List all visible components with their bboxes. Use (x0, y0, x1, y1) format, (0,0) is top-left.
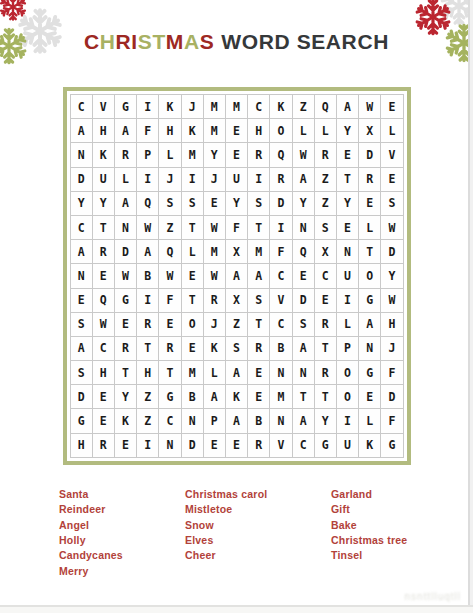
grid-cell-r1-c14[interactable]: W (359, 95, 381, 119)
grid-cell-r13-c4[interactable]: Z (137, 385, 159, 409)
grid-cell-r7-c15[interactable]: D (381, 240, 403, 264)
grid-cell-r2-c8[interactable]: E (226, 119, 248, 143)
grid-cell-r11-c15[interactable]: J (381, 337, 403, 361)
grid-cell-r5-c2[interactable]: Y (93, 192, 115, 216)
grid-cell-r14-c4[interactable]: Z (137, 409, 159, 433)
grid-cell-r7-c13[interactable]: N (337, 240, 359, 264)
grid-cell-r2-c6[interactable]: K (182, 119, 204, 143)
page-edge-bottom-strip (0, 607, 473, 613)
grid-cell-r9-c2[interactable]: Q (93, 289, 115, 313)
grid-cell-r10-c1[interactable]: S (71, 313, 93, 337)
grid-cell-r5-c11[interactable]: Y (293, 192, 315, 216)
grid-cell-r8-c4[interactable]: B (137, 264, 159, 288)
word-item: Mistletoe (185, 502, 331, 517)
grid-cell-r11-c5[interactable]: R (159, 337, 181, 361)
grid-cell-r13-c6[interactable]: B (182, 385, 204, 409)
grid-cell-r8-c7[interactable]: W (204, 264, 226, 288)
title-letter: H (100, 30, 116, 53)
grid-cell-r2-c12[interactable]: L (315, 119, 337, 143)
grid-cell-r14-c2[interactable]: E (93, 409, 115, 433)
grid-cell-r14-c15[interactable]: F (381, 409, 403, 433)
grid-cell-r5-c15[interactable]: S (381, 192, 403, 216)
grid-cell-r14-c5[interactable]: C (159, 409, 181, 433)
grid-cell-r14-c12[interactable]: Y (315, 409, 337, 433)
grid-cell-r13-c15[interactable]: D (381, 385, 403, 409)
grid-cell-r1-c10[interactable]: K (270, 95, 292, 119)
word-item: Garland (331, 487, 407, 502)
word-item: Gift (331, 502, 407, 517)
grid-cell-r9-c13[interactable]: I (337, 289, 359, 313)
grid-cell-r6-c6[interactable]: T (182, 216, 204, 240)
grid-cell-r13-c12[interactable]: T (315, 385, 337, 409)
grid-cell-r8-c1[interactable]: N (71, 264, 93, 288)
grid-cell-r5-c12[interactable]: Z (315, 192, 337, 216)
grid-cell-r11-c13[interactable]: P (337, 337, 359, 361)
grid-cell-r6-c11[interactable]: N (293, 216, 315, 240)
grid-cell-r6-c5[interactable]: Z (159, 216, 181, 240)
grid-cell-r1-c5[interactable]: K (159, 95, 181, 119)
grid-cell-r2-c9[interactable]: H (248, 119, 270, 143)
title-letter: A (184, 30, 200, 53)
grid-cell-r2-c2[interactable]: H (93, 119, 115, 143)
grid-cell-r13-c1[interactable]: D (71, 385, 93, 409)
grid-cell-r9-c10[interactable]: V (270, 289, 292, 313)
grid-cell-r13-c3[interactable]: Y (115, 385, 137, 409)
word-item: Tinsel (331, 548, 407, 563)
grid-cell-r1-c15[interactable]: E (381, 95, 403, 119)
grid-cell-r15-c6[interactable]: D (182, 434, 204, 458)
title-letter: S (138, 30, 153, 53)
word-search-grid-frame: CVGIKJMMCKZQAWEAHAFHKMEHOLLYXLNKRPLMYERQ… (63, 87, 411, 465)
grid-cell-r15-c2[interactable]: R (93, 434, 115, 458)
grid-cell-r12-c2[interactable]: H (93, 361, 115, 385)
grid-cell-r7-c3[interactable]: D (115, 240, 137, 264)
grid-cell-r8-c2[interactable]: E (93, 264, 115, 288)
grid-cell-r11-c4[interactable]: T (137, 337, 159, 361)
grid-cell-r1-c11[interactable]: Z (293, 95, 315, 119)
grid-cell-r7-c2[interactable]: R (93, 240, 115, 264)
grid-cell-r11-c1[interactable]: A (71, 337, 93, 361)
word-item: Snow (185, 518, 331, 533)
grid-cell-r1-c2[interactable]: V (93, 95, 115, 119)
grid-cell-r1-c6[interactable]: J (182, 95, 204, 119)
grid-cell-r10-c15[interactable]: H (381, 313, 403, 337)
word-list-column: SantaReindeerAngelHollyCandycanesMerry (59, 487, 185, 579)
grid-cell-r2-c13[interactable]: Y (337, 119, 359, 143)
grid-cell-r8-c14[interactable]: O (359, 264, 381, 288)
grid-cell-r5-c14[interactable]: E (359, 192, 381, 216)
title-letter: M (166, 30, 184, 53)
grid-cell-r11-c10[interactable]: B (270, 337, 292, 361)
grid-cell-r7-c12[interactable]: X (315, 240, 337, 264)
grid-cell-r6-c15[interactable]: W (381, 216, 403, 240)
grid-cell-r14-c6[interactable]: N (182, 409, 204, 433)
grid-cell-r6-c2[interactable]: T (93, 216, 115, 240)
grid-cell-r14-c13[interactable]: I (337, 409, 359, 433)
page-edge-bottom (0, 605, 473, 607)
grid-cell-r7-c10[interactable]: F (270, 240, 292, 264)
grid-cell-r10-c4[interactable]: R (137, 313, 159, 337)
grid-cell-r13-c5[interactable]: G (159, 385, 181, 409)
grid-cell-r8-c11[interactable]: E (293, 264, 315, 288)
grid-cell-r4-c15[interactable]: E (381, 168, 403, 192)
grid-cell-r3-c3[interactable]: R (115, 143, 137, 167)
grid-cell-r10-c9[interactable]: T (248, 313, 270, 337)
grid-cell-r1-c4[interactable]: I (137, 95, 159, 119)
grid-cell-r5-c5[interactable]: S (159, 192, 181, 216)
grid-cell-r9-c15[interactable]: W (381, 289, 403, 313)
grid-cell-r4-c8[interactable]: U (226, 168, 248, 192)
grid-cell-r2-c4[interactable]: F (137, 119, 159, 143)
grid-cell-r15-c14[interactable]: K (359, 434, 381, 458)
grid-cell-r3-c8[interactable]: E (226, 143, 248, 167)
grid-cell-r9-c9[interactable]: S (248, 289, 270, 313)
grid-cell-r6-c12[interactable]: S (315, 216, 337, 240)
grid-cell-r15-c10[interactable]: V (270, 434, 292, 458)
grid-cell-r7-c14[interactable]: T (359, 240, 381, 264)
grid-cell-r3-c1[interactable]: N (71, 143, 93, 167)
word-item: Christmas carol (185, 487, 331, 502)
word-item: Cheer (185, 548, 331, 563)
title-letter: C (84, 30, 100, 53)
grid-cell-r12-c14[interactable]: G (359, 361, 381, 385)
grid-cell-r10-c12[interactable]: R (315, 313, 337, 337)
page-edge-right (468, 0, 470, 613)
grid-cell-r10-c13[interactable]: L (337, 313, 359, 337)
grid-cell-r7-c9[interactable]: M (248, 240, 270, 264)
grid-cell-r4-c7[interactable]: J (204, 168, 226, 192)
grid-cell-r10-c8[interactable]: Z (226, 313, 248, 337)
grid-cell-r7-c7[interactable]: M (204, 240, 226, 264)
grid-cell-r2-c1[interactable]: A (71, 119, 93, 143)
word-list-column: GarlandGiftBakeChristmas treeTinsel (331, 487, 407, 579)
grid-cell-r13-c11[interactable]: T (293, 385, 315, 409)
grid-cell-r12-c7[interactable]: L (204, 361, 226, 385)
grid-cell-r9-c5[interactable]: F (159, 289, 181, 313)
grid-cell-r13-c14[interactable]: E (359, 385, 381, 409)
grid-cell-r8-c6[interactable]: E (182, 264, 204, 288)
grid-cell-r14-c3[interactable]: K (115, 409, 137, 433)
grid-cell-r4-c5[interactable]: J (159, 168, 181, 192)
word-item: Elves (185, 533, 331, 548)
snowflake-icon (0, 0, 28, 22)
grid-cell-r9-c3[interactable]: G (115, 289, 137, 313)
grid-cell-r12-c9[interactable]: E (248, 361, 270, 385)
grid-cell-r6-c4[interactable]: W (137, 216, 159, 240)
grid-cell-r1-c12[interactable]: Q (315, 95, 337, 119)
grid-cell-r4-c6[interactable]: I (182, 168, 204, 192)
grid-cell-r6-c7[interactable]: W (204, 216, 226, 240)
grid-cell-r11-c3[interactable]: R (115, 337, 137, 361)
grid-cell-r12-c12[interactable]: R (315, 361, 337, 385)
grid-cell-r6-c1[interactable]: C (71, 216, 93, 240)
grid-cell-r13-c8[interactable]: K (226, 385, 248, 409)
grid-cell-r6-c8[interactable]: F (226, 216, 248, 240)
grid-cell-r4-c14[interactable]: R (359, 168, 381, 192)
grid-cell-r6-c13[interactable]: E (337, 216, 359, 240)
page-title: CHRISTMASWORD SEARCH (0, 30, 473, 54)
grid-cell-r11-c8[interactable]: S (226, 337, 248, 361)
grid-cell-r10-c2[interactable]: W (93, 313, 115, 337)
grid-cell-r9-c8[interactable]: X (226, 289, 248, 313)
grid-cell-r11-c2[interactable]: C (93, 337, 115, 361)
grid-cell-r12-c1[interactable]: S (71, 361, 93, 385)
grid-cell-r6-c3[interactable]: N (115, 216, 137, 240)
grid-cell-r15-c11[interactable]: C (293, 434, 315, 458)
grid-cell-r11-c11[interactable]: A (293, 337, 315, 361)
word-item: Holly (59, 533, 185, 548)
title-christmas: CHRISTMAS (84, 30, 214, 53)
word-item: Candycanes (59, 548, 185, 563)
grid-cell-r7-c5[interactable]: Q (159, 240, 181, 264)
word-item: Bake (331, 518, 407, 533)
grid-cell-r10-c10[interactable]: C (270, 313, 292, 337)
grid-cell-r2-c7[interactable]: M (204, 119, 226, 143)
grid-cell-r2-c11[interactable]: L (293, 119, 315, 143)
grid-cell-r14-c9[interactable]: B (248, 409, 270, 433)
grid-cell-r6-c10[interactable]: I (270, 216, 292, 240)
word-item: Reindeer (59, 502, 185, 517)
grid-cell-r12-c6[interactable]: M (182, 361, 204, 385)
grid-cell-r2-c10[interactable]: O (270, 119, 292, 143)
title-letter: S (200, 30, 215, 53)
grid-cell-r12-c3[interactable]: T (115, 361, 137, 385)
word-item: Christmas tree (331, 533, 407, 548)
grid-cell-r15-c1[interactable]: H (71, 434, 93, 458)
grid-cell-r5-c8[interactable]: Y (226, 192, 248, 216)
grid-cell-r11-c12[interactable]: T (315, 337, 337, 361)
grid-cell-r15-c4[interactable]: I (137, 434, 159, 458)
grid-cell-r4-c10[interactable]: R (270, 168, 292, 192)
grid-cell-r12-c13[interactable]: O (337, 361, 359, 385)
grid-cell-r9-c7[interactable]: R (204, 289, 226, 313)
grid-cell-r5-c7[interactable]: E (204, 192, 226, 216)
grid-cell-r1-c7[interactable]: M (204, 95, 226, 119)
grid-cell-r15-c13[interactable]: U (337, 434, 359, 458)
title-letter: R (116, 30, 132, 53)
word-list: SantaReindeerAngelHollyCandycanesMerryCh… (59, 487, 473, 579)
grid-cell-r5-c6[interactable]: S (182, 192, 204, 216)
grid-cell-r8-c9[interactable]: A (248, 264, 270, 288)
grid-cell-r12-c15[interactable]: F (381, 361, 403, 385)
title-word-search: WORD SEARCH (221, 30, 389, 53)
grid-cell-r15-c9[interactable]: R (248, 434, 270, 458)
grid-cell-r12-c10[interactable]: N (270, 361, 292, 385)
grid-cell-r2-c15[interactable]: L (381, 119, 403, 143)
grid-cell-r8-c12[interactable]: C (315, 264, 337, 288)
grid-cell-r14-c8[interactable]: A (226, 409, 248, 433)
grid-cell-r9-c12[interactable]: E (315, 289, 337, 313)
grid-cell-r14-c7[interactable]: P (204, 409, 226, 433)
grid-cell-r12-c8[interactable]: A (226, 361, 248, 385)
grid-cell-r5-c10[interactable]: D (270, 192, 292, 216)
grid-cell-r12-c5[interactable]: T (159, 361, 181, 385)
grid-cell-r14-c1[interactable]: G (71, 409, 93, 433)
grid-cell-r3-c4[interactable]: P (137, 143, 159, 167)
grid-cell-r14-c14[interactable]: L (359, 409, 381, 433)
grid-cell-r3-c15[interactable]: V (381, 143, 403, 167)
word-item: Merry (59, 564, 185, 579)
grid-cell-r3-c9[interactable]: R (248, 143, 270, 167)
grid-cell-r15-c8[interactable]: E (226, 434, 248, 458)
grid-cell-r14-c11[interactable]: A (293, 409, 315, 433)
grid-cell-r7-c6[interactable]: L (182, 240, 204, 264)
grid-cell-r8-c10[interactable]: C (270, 264, 292, 288)
grid-cell-r7-c1[interactable]: A (71, 240, 93, 264)
word-item: Santa (59, 487, 185, 502)
grid-cell-r2-c14[interactable]: X (359, 119, 381, 143)
grid-cell-r1-c13[interactable]: A (337, 95, 359, 119)
grid-cell-r4-c13[interactable]: T (337, 168, 359, 192)
grid-cell-r10-c14[interactable]: A (359, 313, 381, 337)
grid-cell-r4-c1[interactable]: D (71, 168, 93, 192)
grid-cell-r10-c3[interactable]: E (115, 313, 137, 337)
watermark: nsnttlluqtll (405, 591, 461, 602)
grid-cell-r5-c9[interactable]: S (248, 192, 270, 216)
grid-cell-r9-c11[interactable]: D (293, 289, 315, 313)
grid-cell-r2-c5[interactable]: H (159, 119, 181, 143)
grid-cell-r15-c7[interactable]: E (204, 434, 226, 458)
grid-cell-r3-c14[interactable]: D (359, 143, 381, 167)
grid-cell-r7-c8[interactable]: X (226, 240, 248, 264)
grid-cell-r11-c7[interactable]: K (204, 337, 226, 361)
grid-cell-r5-c4[interactable]: Q (137, 192, 159, 216)
grid-cell-r13-c7[interactable]: A (204, 385, 226, 409)
grid-cell-r8-c8[interactable]: A (226, 264, 248, 288)
word-item: Angel (59, 518, 185, 533)
grid-cell-r8-c13[interactable]: U (337, 264, 359, 288)
grid-cell-r3-c5[interactable]: L (159, 143, 181, 167)
grid-cell-r1-c8[interactable]: M (226, 95, 248, 119)
grid-cell-r8-c3[interactable]: W (115, 264, 137, 288)
grid-cell-r1-c9[interactable]: C (248, 95, 270, 119)
grid-cell-r1-c1[interactable]: C (71, 95, 93, 119)
title-letter: T (152, 30, 165, 53)
grid-cell-r13-c13[interactable]: O (337, 385, 359, 409)
grid-cell-r9-c4[interactable]: I (137, 289, 159, 313)
word-search-grid: CVGIKJMMCKZQAWEAHAFHKMEHOLLYXLNKRPLMYERQ… (70, 94, 404, 458)
grid-cell-r9-c1[interactable]: E (71, 289, 93, 313)
grid-cell-r11-c14[interactable]: N (359, 337, 381, 361)
grid-cell-r8-c15[interactable]: Y (381, 264, 403, 288)
word-list-column: Christmas carolMistletoeSnowElvesCheer (185, 487, 331, 579)
grid-cell-r13-c10[interactable]: M (270, 385, 292, 409)
grid-cell-r3-c12[interactable]: R (315, 143, 337, 167)
grid-cell-r3-c10[interactable]: Q (270, 143, 292, 167)
grid-cell-r10-c7[interactable]: J (204, 313, 226, 337)
grid-cell-r7-c11[interactable]: Q (293, 240, 315, 264)
grid-cell-r4-c4[interactable]: I (137, 168, 159, 192)
grid-cell-r4-c12[interactable]: Z (315, 168, 337, 192)
grid-cell-r11-c9[interactable]: R (248, 337, 270, 361)
grid-cell-r5-c3[interactable]: A (115, 192, 137, 216)
grid-cell-r9-c14[interactable]: G (359, 289, 381, 313)
grid-cell-r13-c9[interactable]: E (248, 385, 270, 409)
grid-cell-r15-c12[interactable]: G (315, 434, 337, 458)
grid-cell-r3-c6[interactable]: M (182, 143, 204, 167)
grid-cell-r10-c11[interactable]: S (293, 313, 315, 337)
grid-cell-r5-c1[interactable]: Y (71, 192, 93, 216)
grid-cell-r10-c5[interactable]: E (159, 313, 181, 337)
grid-cell-r8-c5[interactable]: W (159, 264, 181, 288)
grid-cell-r3-c11[interactable]: W (293, 143, 315, 167)
grid-cell-r12-c4[interactable]: H (137, 361, 159, 385)
grid-cell-r3-c7[interactable]: Y (204, 143, 226, 167)
grid-cell-r2-c3[interactable]: A (115, 119, 137, 143)
grid-cell-r14-c10[interactable]: N (270, 409, 292, 433)
grid-cell-r3-c13[interactable]: E (337, 143, 359, 167)
grid-cell-r15-c3[interactable]: E (115, 434, 137, 458)
grid-cell-r4-c9[interactable]: I (248, 168, 270, 192)
grid-cell-r6-c14[interactable]: L (359, 216, 381, 240)
grid-cell-r15-c5[interactable]: N (159, 434, 181, 458)
grid-cell-r4-c3[interactable]: L (115, 168, 137, 192)
grid-cell-r1-c3[interactable]: G (115, 95, 137, 119)
grid-cell-r7-c4[interactable]: A (137, 240, 159, 264)
grid-cell-r12-c11[interactable]: N (293, 361, 315, 385)
grid-cell-r5-c13[interactable]: Y (337, 192, 359, 216)
grid-cell-r13-c2[interactable]: E (93, 385, 115, 409)
page: CHRISTMASWORD SEARCH CVGIKJMMCKZQAWEAHAF… (0, 0, 473, 613)
grid-cell-r3-c2[interactable]: K (93, 143, 115, 167)
grid-cell-r4-c2[interactable]: U (93, 168, 115, 192)
grid-cell-r6-c9[interactable]: T (248, 216, 270, 240)
grid-cell-r11-c6[interactable]: E (182, 337, 204, 361)
grid-cell-r10-c6[interactable]: O (182, 313, 204, 337)
grid-cell-r15-c15[interactable]: G (381, 434, 403, 458)
grid-cell-r4-c11[interactable]: A (293, 168, 315, 192)
grid-cell-r9-c6[interactable]: T (182, 289, 204, 313)
